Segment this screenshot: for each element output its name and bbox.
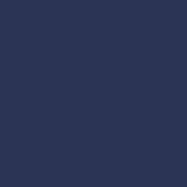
board-frame	[0, 0, 187, 187]
chess-board	[4, 4, 183, 183]
